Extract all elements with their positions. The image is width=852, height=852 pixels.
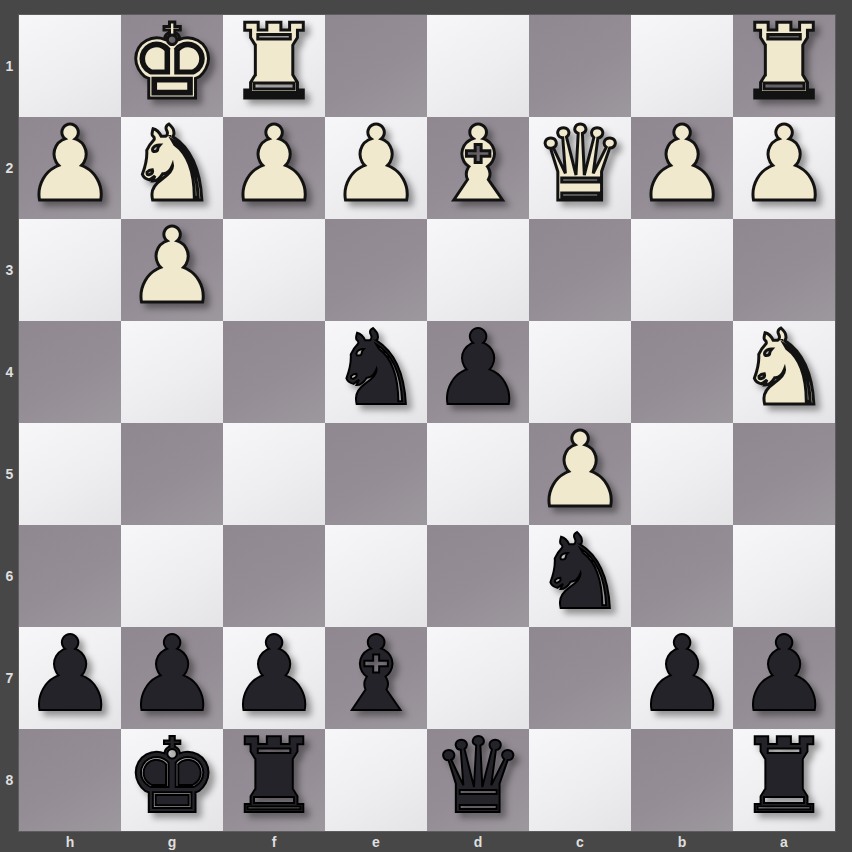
square-f3[interactable] xyxy=(223,219,325,321)
black-pawn-g7[interactable]: ♟ xyxy=(125,627,218,725)
square-b5[interactable] xyxy=(631,423,733,525)
white-pawn-h2[interactable]: ♟ xyxy=(23,117,116,215)
square-g6[interactable] xyxy=(121,525,223,627)
file-label-h: h xyxy=(19,831,121,852)
black-rook-a8[interactable]: ♜ xyxy=(737,729,830,827)
square-f7[interactable]: ♟ xyxy=(223,627,325,729)
white-knight-a4[interactable]: ♞ xyxy=(737,321,830,419)
white-pawn-f2[interactable]: ♟ xyxy=(227,117,320,215)
square-b1[interactable] xyxy=(631,15,733,117)
square-g8[interactable]: ♚ xyxy=(121,729,223,831)
white-king-g1[interactable]: ♚ xyxy=(125,15,218,113)
white-pawn-a2[interactable]: ♟ xyxy=(737,117,830,215)
square-d3[interactable] xyxy=(427,219,529,321)
white-knight-g2[interactable]: ♞ xyxy=(125,117,218,215)
square-h1[interactable] xyxy=(19,15,121,117)
file-label-a: a xyxy=(733,831,835,852)
square-f6[interactable] xyxy=(223,525,325,627)
square-h4[interactable] xyxy=(19,321,121,423)
square-a5[interactable] xyxy=(733,423,835,525)
rank-label-1: 1 xyxy=(0,15,19,117)
square-h8[interactable] xyxy=(19,729,121,831)
chess-board-frame: ♚♜♜♟♞♟♟♝♛♟♟♟♞♟♞♟♞♟♟♟♝♟♟♚♜♛♜ 12345678 hgf… xyxy=(0,0,852,852)
square-f8[interactable]: ♜ xyxy=(223,729,325,831)
rank-label-6: 6 xyxy=(0,525,19,627)
square-h2[interactable]: ♟ xyxy=(19,117,121,219)
square-a2[interactable]: ♟ xyxy=(733,117,835,219)
square-c2[interactable]: ♛ xyxy=(529,117,631,219)
rank-label-3: 3 xyxy=(0,219,19,321)
file-label-e: e xyxy=(325,831,427,852)
black-pawn-h7[interactable]: ♟ xyxy=(23,627,116,725)
square-a8[interactable]: ♜ xyxy=(733,729,835,831)
file-label-d: d xyxy=(427,831,529,852)
white-bishop-d2[interactable]: ♝ xyxy=(431,117,524,215)
square-c1[interactable] xyxy=(529,15,631,117)
chess-board: ♚♜♜♟♞♟♟♝♛♟♟♟♞♟♞♟♞♟♟♟♝♟♟♚♜♛♜ xyxy=(19,15,835,831)
white-queen-c2[interactable]: ♛ xyxy=(533,117,626,215)
square-c3[interactable] xyxy=(529,219,631,321)
square-b7[interactable]: ♟ xyxy=(631,627,733,729)
black-bishop-e7[interactable]: ♝ xyxy=(329,627,422,725)
square-c7[interactable] xyxy=(529,627,631,729)
square-c4[interactable] xyxy=(529,321,631,423)
square-f2[interactable]: ♟ xyxy=(223,117,325,219)
square-e2[interactable]: ♟ xyxy=(325,117,427,219)
white-rook-f1[interactable]: ♜ xyxy=(227,15,320,113)
square-g7[interactable]: ♟ xyxy=(121,627,223,729)
rank-label-7: 7 xyxy=(0,627,19,729)
square-d6[interactable] xyxy=(427,525,529,627)
square-b2[interactable]: ♟ xyxy=(631,117,733,219)
black-pawn-f7[interactable]: ♟ xyxy=(227,627,320,725)
square-h7[interactable]: ♟ xyxy=(19,627,121,729)
square-e8[interactable] xyxy=(325,729,427,831)
square-d7[interactable] xyxy=(427,627,529,729)
black-queen-d8[interactable]: ♛ xyxy=(431,729,524,827)
square-d5[interactable] xyxy=(427,423,529,525)
square-b6[interactable] xyxy=(631,525,733,627)
square-f1[interactable]: ♜ xyxy=(223,15,325,117)
square-g2[interactable]: ♞ xyxy=(121,117,223,219)
square-b8[interactable] xyxy=(631,729,733,831)
square-e7[interactable]: ♝ xyxy=(325,627,427,729)
square-e6[interactable] xyxy=(325,525,427,627)
square-f4[interactable] xyxy=(223,321,325,423)
black-knight-e4[interactable]: ♞ xyxy=(329,321,422,419)
white-rook-a1[interactable]: ♜ xyxy=(737,15,830,113)
black-pawn-d4[interactable]: ♟ xyxy=(431,321,524,419)
square-a7[interactable]: ♟ xyxy=(733,627,835,729)
square-c8[interactable] xyxy=(529,729,631,831)
black-pawn-b7[interactable]: ♟ xyxy=(635,627,728,725)
square-e3[interactable] xyxy=(325,219,427,321)
square-g1[interactable]: ♚ xyxy=(121,15,223,117)
square-d2[interactable]: ♝ xyxy=(427,117,529,219)
black-king-g8[interactable]: ♚ xyxy=(125,729,218,827)
rank-label-2: 2 xyxy=(0,117,19,219)
square-h6[interactable] xyxy=(19,525,121,627)
square-a4[interactable]: ♞ xyxy=(733,321,835,423)
square-g3[interactable]: ♟ xyxy=(121,219,223,321)
square-e4[interactable]: ♞ xyxy=(325,321,427,423)
rank-label-5: 5 xyxy=(0,423,19,525)
square-b4[interactable] xyxy=(631,321,733,423)
square-b3[interactable] xyxy=(631,219,733,321)
square-d1[interactable] xyxy=(427,15,529,117)
file-label-c: c xyxy=(529,831,631,852)
square-d4[interactable]: ♟ xyxy=(427,321,529,423)
black-pawn-a7[interactable]: ♟ xyxy=(737,627,830,725)
square-h3[interactable] xyxy=(19,219,121,321)
square-d8[interactable]: ♛ xyxy=(427,729,529,831)
white-pawn-e2[interactable]: ♟ xyxy=(329,117,422,215)
square-c5[interactable]: ♟ xyxy=(529,423,631,525)
rank-label-8: 8 xyxy=(0,729,19,831)
square-g4[interactable] xyxy=(121,321,223,423)
black-rook-f8[interactable]: ♜ xyxy=(227,729,320,827)
file-label-b: b xyxy=(631,831,733,852)
file-label-f: f xyxy=(223,831,325,852)
black-knight-c6[interactable]: ♞ xyxy=(533,525,626,623)
square-f5[interactable] xyxy=(223,423,325,525)
square-c6[interactable]: ♞ xyxy=(529,525,631,627)
file-label-g: g xyxy=(121,831,223,852)
square-h5[interactable] xyxy=(19,423,121,525)
rank-label-4: 4 xyxy=(0,321,19,423)
square-a3[interactable] xyxy=(733,219,835,321)
white-pawn-g3[interactable]: ♟ xyxy=(125,219,218,317)
square-a1[interactable]: ♜ xyxy=(733,15,835,117)
square-e1[interactable] xyxy=(325,15,427,117)
white-pawn-b2[interactable]: ♟ xyxy=(635,117,728,215)
square-a6[interactable] xyxy=(733,525,835,627)
white-pawn-c5[interactable]: ♟ xyxy=(533,423,626,521)
square-g5[interactable] xyxy=(121,423,223,525)
square-e5[interactable] xyxy=(325,423,427,525)
